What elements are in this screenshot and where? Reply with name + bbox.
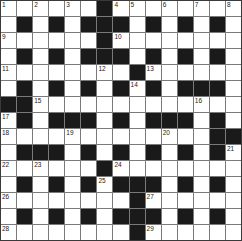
entry-cell-r0c11[interactable] bbox=[178, 1, 193, 16]
blocked-cell-r6c0 bbox=[1, 97, 16, 112]
clue-number-24: 24 bbox=[114, 161, 121, 169]
entry-cell-r11c10[interactable] bbox=[162, 177, 177, 192]
entry-cell-r4c2[interactable] bbox=[33, 65, 48, 80]
blocked-cell-r3c11 bbox=[178, 49, 193, 64]
entry-cell-r11c6[interactable]: 25 bbox=[97, 177, 112, 192]
clue-number-7: 7 bbox=[195, 1, 199, 9]
clue-number-23: 23 bbox=[34, 161, 41, 169]
entry-cell-r3c0[interactable] bbox=[1, 49, 16, 64]
entry-cell-r12c12[interactable] bbox=[194, 193, 209, 208]
entry-cell-r8c12[interactable] bbox=[194, 129, 209, 144]
entry-cell-r2c7[interactable]: 10 bbox=[113, 33, 128, 48]
blocked-cell-r13c5 bbox=[81, 209, 96, 224]
blocked-cell-r1c1 bbox=[17, 17, 32, 32]
entry-cell-r10c8[interactable] bbox=[130, 161, 145, 176]
entry-cell-r7c12[interactable] bbox=[194, 113, 209, 128]
blocked-cell-r10c6 bbox=[97, 161, 112, 176]
entry-cell-r2c2[interactable] bbox=[33, 33, 48, 48]
clue-number-9: 9 bbox=[2, 33, 6, 41]
entry-cell-r2c9[interactable] bbox=[146, 33, 161, 48]
entry-cell-r4c14[interactable] bbox=[226, 65, 241, 80]
blocked-cell-r7c13 bbox=[210, 113, 225, 128]
entry-cell-r6c14[interactable] bbox=[226, 97, 241, 112]
entry-cell-r0c7[interactable]: 4 bbox=[113, 1, 128, 16]
blocked-cell-r9c13 bbox=[210, 145, 225, 160]
entry-cell-r6c13[interactable] bbox=[210, 97, 225, 112]
entry-cell-r12c4[interactable] bbox=[65, 193, 80, 208]
clue-number-13: 13 bbox=[147, 65, 154, 73]
entry-cell-r4c5[interactable] bbox=[81, 65, 96, 80]
entry-cell-r9c6[interactable] bbox=[97, 145, 112, 160]
clue-number-27: 27 bbox=[147, 193, 154, 201]
blocked-cell-r9c7 bbox=[113, 145, 128, 160]
blocked-cell-r3c9 bbox=[146, 49, 161, 64]
entry-cell-r12c9[interactable]: 27 bbox=[146, 193, 161, 208]
entry-cell-r9c14[interactable]: 21 bbox=[226, 145, 241, 160]
blocked-cell-r4c8 bbox=[130, 65, 145, 80]
entry-cell-r0c10[interactable]: 6 bbox=[162, 1, 177, 16]
entry-cell-r14c13[interactable] bbox=[210, 225, 225, 240]
clue-number-1: 1 bbox=[2, 1, 6, 9]
entry-cell-r6c12[interactable]: 16 bbox=[194, 97, 209, 112]
entry-cell-r0c13[interactable] bbox=[210, 1, 225, 16]
entry-cell-r11c14[interactable] bbox=[226, 177, 241, 192]
entry-cell-r12c11[interactable] bbox=[178, 193, 193, 208]
blocked-cell-r9c2 bbox=[33, 145, 48, 160]
blocked-cell-r14c8 bbox=[130, 225, 145, 240]
blocked-cell-r9c5 bbox=[81, 145, 96, 160]
entry-cell-r12c10[interactable] bbox=[162, 193, 177, 208]
entry-cell-r4c12[interactable] bbox=[194, 65, 209, 80]
blocked-cell-r3c1 bbox=[17, 49, 32, 64]
blocked-cell-r5c7 bbox=[113, 81, 128, 96]
blocked-cell-r7c10 bbox=[162, 113, 177, 128]
clue-number-5: 5 bbox=[131, 1, 135, 9]
entry-cell-r6c4[interactable] bbox=[65, 97, 80, 112]
blocked-cell-r7c11 bbox=[178, 113, 193, 128]
clue-number-26: 26 bbox=[2, 193, 9, 201]
entry-cell-r3c10[interactable] bbox=[162, 49, 177, 64]
entry-cell-r8c10[interactable]: 20 bbox=[162, 129, 177, 144]
blocked-cell-r1c9 bbox=[146, 17, 161, 32]
entry-cell-r10c14[interactable] bbox=[226, 161, 241, 176]
entry-cell-r13c2[interactable] bbox=[33, 209, 48, 224]
entry-cell-r14c7[interactable] bbox=[113, 225, 128, 240]
entry-cell-r12c7[interactable] bbox=[113, 193, 128, 208]
entry-cell-r1c8[interactable] bbox=[130, 17, 145, 32]
entry-cell-r1c10[interactable] bbox=[162, 17, 177, 32]
clue-number-11: 11 bbox=[2, 65, 9, 73]
entry-cell-r3c12[interactable] bbox=[194, 49, 209, 64]
entry-cell-r10c1[interactable] bbox=[17, 161, 32, 176]
entry-cell-r2c8[interactable] bbox=[130, 33, 145, 48]
entry-cell-r4c0[interactable]: 11 bbox=[1, 65, 16, 80]
blocked-cell-r7c5 bbox=[81, 113, 96, 128]
entry-cell-r1c14[interactable] bbox=[226, 17, 241, 32]
blocked-cell-r7c9 bbox=[146, 113, 161, 128]
entry-cell-r8c3[interactable] bbox=[49, 129, 64, 144]
entry-cell-r1c12[interactable] bbox=[194, 17, 209, 32]
entry-cell-r9c4[interactable] bbox=[65, 145, 80, 160]
entry-cell-r12c6[interactable] bbox=[97, 193, 112, 208]
clue-number-21: 21 bbox=[227, 145, 234, 153]
entry-cell-r2c13[interactable] bbox=[210, 33, 225, 48]
blocked-cell-r9c1 bbox=[17, 145, 32, 160]
entry-cell-r4c10[interactable] bbox=[162, 65, 177, 80]
entry-cell-r2c4[interactable] bbox=[65, 33, 80, 48]
blocked-cell-r11c1 bbox=[17, 177, 32, 192]
blocked-cell-r1c6 bbox=[97, 17, 112, 32]
entry-cell-r5c0[interactable] bbox=[1, 81, 16, 96]
blocked-cell-r1c3 bbox=[49, 17, 64, 32]
entry-cell-r13c6[interactable] bbox=[97, 209, 112, 224]
entry-cell-r2c0[interactable]: 9 bbox=[1, 33, 16, 48]
entry-cell-r14c10[interactable] bbox=[162, 225, 177, 240]
entry-cell-r14c4[interactable] bbox=[65, 225, 80, 240]
entry-cell-r14c12[interactable] bbox=[194, 225, 209, 240]
entry-cell-r8c11[interactable] bbox=[178, 129, 193, 144]
blocked-cell-r5c3 bbox=[49, 81, 64, 96]
entry-cell-r14c14[interactable] bbox=[226, 225, 241, 240]
blocked-cell-r9c11 bbox=[178, 145, 193, 160]
blocked-cell-r1c11 bbox=[178, 17, 193, 32]
entry-cell-r10c10[interactable] bbox=[162, 161, 177, 176]
entry-cell-r2c10[interactable] bbox=[162, 33, 177, 48]
blocked-cell-r5c5 bbox=[81, 81, 96, 96]
blocked-cell-r11c13 bbox=[210, 177, 225, 192]
entry-cell-r13c0[interactable] bbox=[1, 209, 16, 224]
entry-cell-r4c11[interactable] bbox=[178, 65, 193, 80]
entry-cell-r9c10[interactable] bbox=[162, 145, 177, 160]
entry-cell-r10c3[interactable] bbox=[49, 161, 64, 176]
clue-number-29: 29 bbox=[147, 225, 154, 233]
entry-cell-r14c6[interactable] bbox=[97, 225, 112, 240]
entry-cell-r13c10[interactable] bbox=[162, 209, 177, 224]
blocked-cell-r8c14 bbox=[226, 129, 241, 144]
clue-number-16: 16 bbox=[195, 97, 202, 105]
entry-cell-r8c5[interactable] bbox=[81, 129, 96, 144]
blocked-cell-r1c13 bbox=[210, 17, 225, 32]
blocked-cell-r11c8 bbox=[130, 177, 145, 192]
entry-cell-r12c3[interactable] bbox=[49, 193, 64, 208]
entry-cell-r13c4[interactable] bbox=[65, 209, 80, 224]
entry-cell-r10c12[interactable] bbox=[194, 161, 209, 176]
blocked-cell-r5c11 bbox=[178, 81, 193, 96]
entry-cell-r1c0[interactable] bbox=[1, 17, 16, 32]
entry-cell-r14c11[interactable] bbox=[178, 225, 193, 240]
entry-cell-r10c13[interactable] bbox=[210, 161, 225, 176]
blocked-cell-r5c13 bbox=[210, 81, 225, 96]
entry-cell-r8c4[interactable]: 19 bbox=[65, 129, 80, 144]
entry-cell-r7c2[interactable] bbox=[33, 113, 48, 128]
entry-cell-r9c12[interactable] bbox=[194, 145, 209, 160]
entry-cell-r5c8[interactable]: 14 bbox=[130, 81, 145, 96]
blocked-cell-r5c9 bbox=[146, 81, 161, 96]
entry-cell-r2c3[interactable] bbox=[49, 33, 64, 48]
blocked-cell-r13c9 bbox=[146, 209, 161, 224]
entry-cell-r14c5[interactable] bbox=[81, 225, 96, 240]
entry-cell-r8c6[interactable] bbox=[97, 129, 112, 144]
entry-cell-r2c5[interactable] bbox=[81, 33, 96, 48]
entry-cell-r2c1[interactable] bbox=[17, 33, 32, 48]
entry-cell-r8c2[interactable] bbox=[33, 129, 48, 144]
blocked-cell-r3c7 bbox=[113, 49, 128, 64]
entry-cell-r12c0[interactable]: 26 bbox=[1, 193, 16, 208]
crossword-puzzle: 1234567891011121314151617181920212223242… bbox=[0, 0, 242, 241]
entry-cell-r12c5[interactable] bbox=[81, 193, 96, 208]
blocked-cell-r13c3 bbox=[49, 209, 64, 224]
entry-cell-r10c9[interactable] bbox=[146, 161, 161, 176]
blocked-cell-r11c9 bbox=[146, 177, 161, 192]
entry-cell-r7c0[interactable]: 17 bbox=[1, 113, 16, 128]
blocked-cell-r0c6 bbox=[97, 1, 112, 16]
blocked-cell-r1c5 bbox=[81, 17, 96, 32]
entry-cell-r12c1[interactable] bbox=[17, 193, 32, 208]
entry-cell-r4c6[interactable]: 12 bbox=[97, 65, 112, 80]
clue-number-14: 14 bbox=[131, 81, 138, 89]
blocked-cell-r13c7 bbox=[113, 209, 128, 224]
blocked-cell-r7c3 bbox=[49, 113, 64, 128]
clue-number-4: 4 bbox=[114, 1, 118, 9]
blocked-cell-r7c7 bbox=[113, 113, 128, 128]
entry-cell-r9c8[interactable] bbox=[130, 145, 145, 160]
clue-number-3: 3 bbox=[66, 1, 70, 9]
blocked-cell-r11c11 bbox=[178, 177, 193, 192]
entry-cell-r10c0[interactable]: 22 bbox=[1, 161, 16, 176]
entry-cell-r0c4[interactable]: 3 bbox=[65, 1, 80, 16]
entry-cell-r14c3[interactable] bbox=[49, 225, 64, 240]
entry-cell-r6c11[interactable] bbox=[178, 97, 193, 112]
entry-cell-r12c2[interactable] bbox=[33, 193, 48, 208]
entry-cell-r9c0[interactable] bbox=[1, 145, 16, 160]
clue-number-12: 12 bbox=[98, 65, 105, 73]
entry-cell-r6c8[interactable] bbox=[130, 97, 145, 112]
entry-cell-r14c9[interactable]: 29 bbox=[146, 225, 161, 240]
clue-number-10: 10 bbox=[114, 33, 121, 41]
entry-cell-r14c0[interactable]: 28 bbox=[1, 225, 16, 240]
entry-cell-r3c14[interactable] bbox=[226, 49, 241, 64]
entry-cell-r6c3[interactable] bbox=[49, 97, 64, 112]
entry-cell-r2c11[interactable] bbox=[178, 33, 193, 48]
entry-cell-r11c4[interactable] bbox=[65, 177, 80, 192]
entry-cell-r10c4[interactable] bbox=[65, 161, 80, 176]
blocked-cell-r9c3 bbox=[49, 145, 64, 160]
entry-cell-r10c7[interactable]: 24 bbox=[113, 161, 128, 176]
entry-cell-r7c6[interactable] bbox=[97, 113, 112, 128]
clue-number-25: 25 bbox=[98, 177, 105, 185]
entry-cell-r0c12[interactable]: 7 bbox=[194, 1, 209, 16]
entry-cell-r10c5[interactable] bbox=[81, 161, 96, 176]
entry-cell-r14c2[interactable] bbox=[33, 225, 48, 240]
entry-cell-r2c12[interactable] bbox=[194, 33, 209, 48]
entry-cell-r3c2[interactable] bbox=[33, 49, 48, 64]
entry-cell-r8c8[interactable] bbox=[130, 129, 145, 144]
blocked-cell-r3c3 bbox=[49, 49, 64, 64]
clue-number-18: 18 bbox=[2, 129, 9, 137]
entry-cell-r13c12[interactable] bbox=[194, 209, 209, 224]
entry-cell-r5c14[interactable] bbox=[226, 81, 241, 96]
blocked-cell-r13c11 bbox=[178, 209, 193, 224]
entry-cell-r11c0[interactable] bbox=[1, 177, 16, 192]
blocked-cell-r3c13 bbox=[210, 49, 225, 64]
entry-cell-r1c2[interactable] bbox=[33, 17, 48, 32]
blocked-cell-r2c6 bbox=[97, 33, 112, 48]
entry-cell-r0c3[interactable] bbox=[49, 1, 64, 16]
entry-cell-r8c1[interactable] bbox=[17, 129, 32, 144]
clue-number-8: 8 bbox=[227, 1, 231, 9]
blocked-cell-r13c1 bbox=[17, 209, 32, 224]
entry-cell-r11c2[interactable] bbox=[33, 177, 48, 192]
entry-cell-r10c11[interactable] bbox=[178, 161, 193, 176]
entry-cell-r2c14[interactable] bbox=[226, 33, 241, 48]
entry-cell-r13c14[interactable] bbox=[226, 209, 241, 224]
entry-cell-r0c0[interactable]: 1 bbox=[1, 1, 16, 16]
entry-cell-r0c8[interactable]: 5 bbox=[130, 1, 145, 16]
entry-cell-r5c10[interactable] bbox=[162, 81, 177, 96]
entry-cell-r8c0[interactable]: 18 bbox=[1, 129, 16, 144]
entry-cell-r8c7[interactable] bbox=[113, 129, 128, 144]
entry-cell-r0c1[interactable] bbox=[17, 1, 32, 16]
blocked-cell-r11c3 bbox=[49, 177, 64, 192]
entry-cell-r6c2[interactable]: 15 bbox=[33, 97, 48, 112]
blocked-cell-r7c1 bbox=[17, 113, 32, 128]
entry-cell-r4c9[interactable]: 13 bbox=[146, 65, 161, 80]
entry-cell-r5c2[interactable] bbox=[33, 81, 48, 96]
clue-number-19: 19 bbox=[66, 129, 73, 137]
clue-number-17: 17 bbox=[2, 113, 9, 121]
entry-cell-r6c10[interactable] bbox=[162, 97, 177, 112]
blocked-cell-r5c1 bbox=[17, 81, 32, 96]
entry-cell-r4c3[interactable] bbox=[49, 65, 64, 80]
clue-number-22: 22 bbox=[2, 161, 9, 169]
entry-cell-r8c9[interactable] bbox=[146, 129, 161, 144]
blocked-cell-r13c13 bbox=[210, 209, 225, 224]
blocked-cell-r5c12 bbox=[194, 81, 209, 96]
blocked-cell-r6c1 bbox=[17, 97, 32, 112]
clue-number-28: 28 bbox=[2, 225, 9, 233]
blocked-cell-r12c8 bbox=[130, 193, 145, 208]
blocked-cell-r13c8 bbox=[130, 209, 145, 224]
entry-cell-r0c14[interactable]: 8 bbox=[226, 1, 241, 16]
entry-cell-r0c5[interactable] bbox=[81, 1, 96, 16]
blocked-cell-r1c7 bbox=[113, 17, 128, 32]
entry-cell-r0c9[interactable] bbox=[146, 1, 161, 16]
entry-cell-r0c2[interactable]: 2 bbox=[33, 1, 48, 16]
entry-cell-r10c2[interactable]: 23 bbox=[33, 161, 48, 176]
entry-cell-r6c7[interactable] bbox=[113, 97, 128, 112]
entry-cell-r6c5[interactable] bbox=[81, 97, 96, 112]
entry-cell-r12c14[interactable] bbox=[226, 193, 241, 208]
entry-cell-r1c4[interactable] bbox=[65, 17, 80, 32]
entry-cell-r12c13[interactable] bbox=[210, 193, 225, 208]
clue-number-20: 20 bbox=[163, 129, 170, 137]
entry-cell-r6c9[interactable] bbox=[146, 97, 161, 112]
clue-number-6: 6 bbox=[163, 1, 167, 9]
crossword-grid: 1234567891011121314151617181920212223242… bbox=[0, 0, 242, 241]
entry-cell-r3c4[interactable] bbox=[65, 49, 80, 64]
entry-cell-r4c13[interactable] bbox=[210, 65, 225, 80]
entry-cell-r4c7[interactable] bbox=[113, 65, 128, 80]
entry-cell-r3c8[interactable] bbox=[130, 49, 145, 64]
entry-cell-r11c12[interactable] bbox=[194, 177, 209, 192]
blocked-cell-r11c5 bbox=[81, 177, 96, 192]
blocked-cell-r8c13 bbox=[210, 129, 225, 144]
blocked-cell-r9c9 bbox=[146, 145, 161, 160]
entry-cell-r14c1[interactable] bbox=[17, 225, 32, 240]
blocked-cell-r3c6 bbox=[97, 49, 112, 64]
entry-cell-r6c6[interactable] bbox=[97, 97, 112, 112]
entry-cell-r5c6[interactable] bbox=[97, 81, 112, 96]
entry-cell-r7c14[interactable] bbox=[226, 113, 241, 128]
entry-cell-r4c4[interactable] bbox=[65, 65, 80, 80]
entry-cell-r5c4[interactable] bbox=[65, 81, 80, 96]
blocked-cell-r7c4 bbox=[65, 113, 80, 128]
clue-number-15: 15 bbox=[34, 97, 41, 105]
clue-number-2: 2 bbox=[34, 1, 38, 9]
entry-cell-r7c8[interactable] bbox=[130, 113, 145, 128]
entry-cell-r4c1[interactable] bbox=[17, 65, 32, 80]
blocked-cell-r11c7 bbox=[113, 177, 128, 192]
blocked-cell-r3c5 bbox=[81, 49, 96, 64]
